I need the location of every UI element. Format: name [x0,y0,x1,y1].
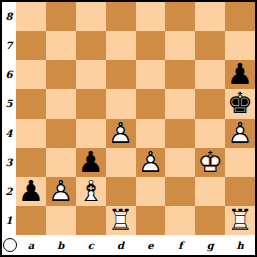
square-e6[interactable] [136,60,166,89]
black-pawn[interactable]: ♟ [16,177,46,206]
rank-label-3: 3 [2,148,16,177]
square-h6[interactable]: ♟ [225,60,255,89]
square-b5[interactable] [46,89,76,118]
square-h4[interactable]: ♟♙ [225,119,255,148]
white-to-move-indicator [3,238,17,252]
white-pawn[interactable]: ♟♙ [225,119,255,148]
square-g6[interactable] [195,60,225,89]
square-b2[interactable]: ♟♙ [46,177,76,206]
rank-labels: 87654321 [2,2,16,235]
square-a2[interactable]: ♟ [16,177,46,206]
square-g7[interactable] [195,31,225,60]
file-labels: abcdefgh [16,235,255,255]
square-c4[interactable] [76,119,106,148]
square-e1[interactable] [136,206,166,235]
white-king-glyph-outline: ♔ [195,148,225,177]
white-rook[interactable]: ♜♖ [225,206,255,235]
square-d1[interactable]: ♜♖ [106,206,136,235]
square-h1[interactable]: ♜♖ [225,206,255,235]
square-h8[interactable] [225,2,255,31]
file-label-b: b [46,235,76,255]
square-c5[interactable] [76,89,106,118]
square-d4[interactable]: ♟♙ [106,119,136,148]
rank-label-2: 2 [2,177,16,206]
square-e4[interactable] [136,119,166,148]
white-pawn-glyph-outline: ♙ [225,119,255,148]
square-a1[interactable] [16,206,46,235]
chess-board[interactable]: ♟♚♟♙♟♙♟♟♙♚♔♟♟♙♝♗♜♖♜♖ [16,2,255,235]
square-c8[interactable] [76,2,106,31]
square-h5[interactable]: ♚ [225,89,255,118]
square-b8[interactable] [46,2,76,31]
square-c6[interactable] [76,60,106,89]
white-pawn-glyph-outline: ♙ [106,119,136,148]
square-b4[interactable] [46,119,76,148]
square-f7[interactable] [165,31,195,60]
file-label-a: a [16,235,46,255]
rank-label-6: 6 [2,60,16,89]
square-a3[interactable] [16,148,46,177]
file-label-h: h [225,235,255,255]
rank-label-7: 7 [2,31,16,60]
square-a6[interactable] [16,60,46,89]
square-e8[interactable] [136,2,166,31]
square-c1[interactable] [76,206,106,235]
square-d3[interactable] [106,148,136,177]
rank-label-4: 4 [2,119,16,148]
white-rook[interactable]: ♜♖ [106,206,136,235]
file-label-c: c [76,235,106,255]
diagram-margin: 87654321 ♟♚♟♙♟♙♟♟♙♚♔♟♟♙♝♗♜♖♜♖ abcdefgh [2,2,255,255]
square-c3[interactable]: ♟ [76,148,106,177]
square-d6[interactable] [106,60,136,89]
file-label-g: g [195,235,225,255]
white-king[interactable]: ♚♔ [195,148,225,177]
square-a8[interactable] [16,2,46,31]
white-pawn[interactable]: ♟♙ [46,177,76,206]
square-b7[interactable] [46,31,76,60]
square-c7[interactable] [76,31,106,60]
file-label-f: f [165,235,195,255]
white-bishop-glyph-outline: ♗ [76,177,106,206]
white-pawn[interactable]: ♟♙ [136,148,166,177]
square-g8[interactable] [195,2,225,31]
square-f6[interactable] [165,60,195,89]
square-h7[interactable] [225,31,255,60]
square-f5[interactable] [165,89,195,118]
rank-label-5: 5 [2,89,16,118]
square-b6[interactable] [46,60,76,89]
square-h3[interactable] [225,148,255,177]
square-f1[interactable] [165,206,195,235]
rank-label-1: 1 [2,206,16,235]
square-g3[interactable]: ♚♔ [195,148,225,177]
square-h2[interactable] [225,177,255,206]
square-e2[interactable] [136,177,166,206]
white-rook-glyph-outline: ♖ [106,206,136,235]
black-king[interactable]: ♚ [225,89,255,118]
square-b3[interactable] [46,148,76,177]
square-g2[interactable] [195,177,225,206]
square-a5[interactable] [16,89,46,118]
file-label-d: d [106,235,136,255]
white-pawn[interactable]: ♟♙ [106,119,136,148]
square-f3[interactable] [165,148,195,177]
square-d5[interactable] [106,89,136,118]
white-bishop[interactable]: ♝♗ [76,177,106,206]
square-f8[interactable] [165,2,195,31]
black-pawn[interactable]: ♟ [76,148,106,177]
square-g4[interactable] [195,119,225,148]
square-a7[interactable] [16,31,46,60]
black-pawn[interactable]: ♟ [225,60,255,89]
square-d2[interactable] [106,177,136,206]
square-g5[interactable] [195,89,225,118]
square-g1[interactable] [195,206,225,235]
file-label-e: e [136,235,166,255]
rank-label-8: 8 [2,2,16,31]
white-pawn-glyph-outline: ♙ [136,148,166,177]
square-e7[interactable] [136,31,166,60]
white-pawn-glyph-outline: ♙ [46,177,76,206]
square-f4[interactable] [165,119,195,148]
square-b1[interactable] [46,206,76,235]
square-f2[interactable] [165,177,195,206]
white-rook-glyph-outline: ♖ [225,206,255,235]
square-c2[interactable]: ♝♗ [76,177,106,206]
square-d7[interactable] [106,31,136,60]
square-d8[interactable] [106,2,136,31]
chess-diagram: 87654321 ♟♚♟♙♟♙♟♟♙♚♔♟♟♙♝♗♜♖♜♖ abcdefgh [0,0,257,257]
square-e5[interactable] [136,89,166,118]
square-e3[interactable]: ♟♙ [136,148,166,177]
square-a4[interactable] [16,119,46,148]
